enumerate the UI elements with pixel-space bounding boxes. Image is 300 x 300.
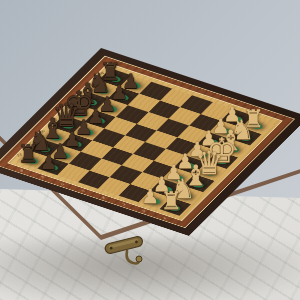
brass-clasp bbox=[97, 227, 159, 273]
felt-base bbox=[145, 197, 162, 206]
felt-base bbox=[90, 116, 107, 125]
felt-base bbox=[165, 203, 182, 212]
felt-base bbox=[78, 128, 95, 137]
felt-base bbox=[43, 163, 60, 172]
felt-base bbox=[236, 133, 253, 142]
chess-set-photo: ♜♟♟♜♞♟♟♞♝♟♟♝♚♟♟♚♛♟♟♛♝♟♟♝♞♟♟♞♜♟♟♜ ABCDEFG… bbox=[0, 0, 300, 300]
felt-base bbox=[215, 126, 232, 135]
